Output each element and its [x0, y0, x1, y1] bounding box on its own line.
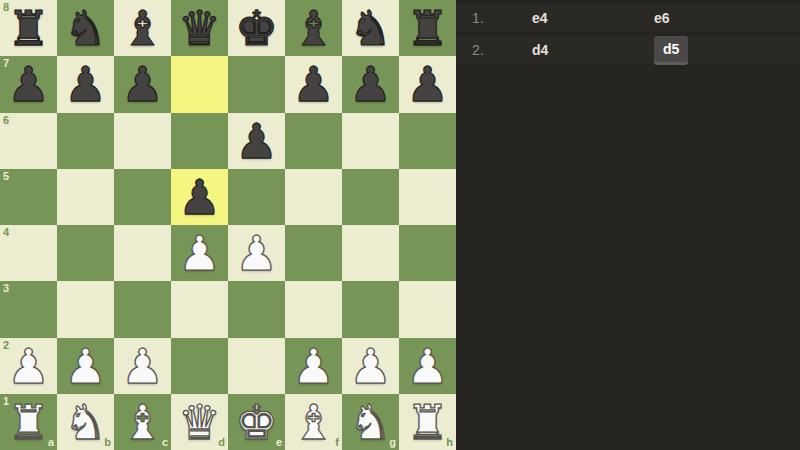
square-h7[interactable]: ♟	[399, 56, 456, 112]
square-b3[interactable]	[57, 281, 114, 337]
rank-label-6: 6	[3, 115, 9, 126]
square-d3[interactable]	[171, 281, 228, 337]
piece-black-rook[interactable]: ♜	[7, 4, 50, 52]
piece-black-knight[interactable]: ♞	[64, 4, 107, 52]
piece-black-pawn[interactable]: ♟	[64, 60, 107, 108]
square-f1[interactable]: f♝	[285, 394, 342, 450]
move-black-2-selected[interactable]: d5	[654, 36, 776, 65]
square-c4[interactable]	[114, 225, 171, 281]
file-label-f: f	[335, 437, 339, 448]
rank-label-5: 5	[3, 171, 9, 182]
piece-black-knight[interactable]: ♞	[349, 4, 392, 52]
square-e6[interactable]: ♟	[228, 113, 285, 169]
move-row-2: 2. d4 d5	[456, 36, 800, 64]
square-f3[interactable]	[285, 281, 342, 337]
square-a8[interactable]: 8♜	[0, 0, 57, 56]
square-d4[interactable]: ♟	[171, 225, 228, 281]
square-e3[interactable]	[228, 281, 285, 337]
square-e2[interactable]	[228, 338, 285, 394]
piece-white-pawn[interactable]: ♟	[406, 342, 449, 390]
square-e5[interactable]	[228, 169, 285, 225]
square-g2[interactable]: ♟	[342, 338, 399, 394]
square-a3[interactable]: 3	[0, 281, 57, 337]
square-d2[interactable]	[171, 338, 228, 394]
piece-white-rook[interactable]: ♜	[406, 398, 449, 446]
square-g8[interactable]: ♞	[342, 0, 399, 56]
chess-app: 8♜♞♝♛♚♝♞♜7♟♟♟♟♟♟6♟5♟4♟♟32♟♟♟♟♟♟1a♜b♞c♝d♛…	[0, 0, 800, 450]
move-white-2[interactable]: d4	[532, 42, 654, 58]
piece-white-pawn[interactable]: ♟	[7, 342, 50, 390]
square-a4[interactable]: 4	[0, 225, 57, 281]
rank-label-3: 3	[3, 283, 9, 294]
square-a6[interactable]: 6	[0, 113, 57, 169]
square-d1[interactable]: d♛	[171, 394, 228, 450]
selected-move[interactable]: d5	[654, 36, 688, 65]
square-g3[interactable]	[342, 281, 399, 337]
piece-black-pawn[interactable]: ♟	[349, 60, 392, 108]
square-a7[interactable]: 7♟	[0, 56, 57, 112]
square-c2[interactable]: ♟	[114, 338, 171, 394]
piece-white-rook[interactable]: ♜	[7, 398, 50, 446]
square-a1[interactable]: 1a♜	[0, 394, 57, 450]
move-black-1[interactable]: e6	[654, 10, 776, 26]
piece-white-king[interactable]: ♚	[235, 398, 278, 446]
square-f7[interactable]: ♟	[285, 56, 342, 112]
move-list-panel: 1. e4 e6 2. d4 d5	[456, 0, 800, 450]
square-f2[interactable]: ♟	[285, 338, 342, 394]
piece-white-bishop[interactable]: ♝	[292, 398, 335, 446]
move-number: 2.	[472, 42, 532, 58]
square-f4[interactable]	[285, 225, 342, 281]
square-d8[interactable]: ♛	[171, 0, 228, 56]
square-b8[interactable]: ♞	[57, 0, 114, 56]
piece-black-pawn[interactable]: ♟	[121, 60, 164, 108]
square-e7[interactable]	[228, 56, 285, 112]
square-b4[interactable]	[57, 225, 114, 281]
square-b7[interactable]: ♟	[57, 56, 114, 112]
square-h8[interactable]: ♜	[399, 0, 456, 56]
square-b6[interactable]	[57, 113, 114, 169]
piece-white-queen[interactable]: ♛	[178, 398, 221, 446]
square-h6[interactable]	[399, 113, 456, 169]
square-e1[interactable]: e♚	[228, 394, 285, 450]
piece-black-bishop[interactable]: ♝	[292, 4, 335, 52]
piece-black-rook[interactable]: ♜	[406, 4, 449, 52]
piece-black-king[interactable]: ♚	[235, 4, 278, 52]
square-h1[interactable]: h♜	[399, 394, 456, 450]
square-c8[interactable]: ♝	[114, 0, 171, 56]
piece-black-pawn[interactable]: ♟	[292, 60, 335, 108]
rank-label-4: 4	[3, 227, 9, 238]
piece-black-bishop[interactable]: ♝	[121, 4, 164, 52]
square-f5[interactable]	[285, 169, 342, 225]
piece-white-pawn[interactable]: ♟	[292, 342, 335, 390]
piece-white-knight[interactable]: ♞	[349, 398, 392, 446]
piece-white-pawn[interactable]: ♟	[64, 342, 107, 390]
square-g1[interactable]: g♞	[342, 394, 399, 450]
piece-black-pawn[interactable]: ♟	[7, 60, 50, 108]
piece-white-pawn[interactable]: ♟	[178, 229, 221, 277]
square-h3[interactable]	[399, 281, 456, 337]
square-c1[interactable]: c♝	[114, 394, 171, 450]
square-a5[interactable]: 5	[0, 169, 57, 225]
piece-black-pawn[interactable]: ♟	[406, 60, 449, 108]
square-f8[interactable]: ♝	[285, 0, 342, 56]
piece-white-pawn[interactable]: ♟	[235, 229, 278, 277]
square-b2[interactable]: ♟	[57, 338, 114, 394]
piece-black-pawn[interactable]: ♟	[178, 173, 221, 221]
square-f6[interactable]	[285, 113, 342, 169]
square-c5[interactable]	[114, 169, 171, 225]
piece-white-bishop[interactable]: ♝	[121, 398, 164, 446]
move-row-1: 1. e4 e6	[456, 4, 800, 32]
square-d5[interactable]: ♟	[171, 169, 228, 225]
square-e8[interactable]: ♚	[228, 0, 285, 56]
square-b1[interactable]: b♞	[57, 394, 114, 450]
square-d7[interactable]	[171, 56, 228, 112]
square-c6[interactable]	[114, 113, 171, 169]
move-number: 1.	[472, 10, 532, 26]
piece-black-pawn[interactable]: ♟	[235, 117, 278, 165]
square-d6[interactable]	[171, 113, 228, 169]
square-c7[interactable]: ♟	[114, 56, 171, 112]
square-c3[interactable]	[114, 281, 171, 337]
square-g5[interactable]	[342, 169, 399, 225]
square-g6[interactable]	[342, 113, 399, 169]
square-h4[interactable]	[399, 225, 456, 281]
piece-white-pawn[interactable]: ♟	[121, 342, 164, 390]
piece-white-knight[interactable]: ♞	[64, 398, 107, 446]
square-b5[interactable]	[57, 169, 114, 225]
square-h2[interactable]: ♟	[399, 338, 456, 394]
piece-white-pawn[interactable]: ♟	[349, 342, 392, 390]
square-a2[interactable]: 2♟	[0, 338, 57, 394]
square-g7[interactable]: ♟	[342, 56, 399, 112]
square-e4[interactable]: ♟	[228, 225, 285, 281]
piece-black-queen[interactable]: ♛	[178, 4, 221, 52]
move-white-1[interactable]: e4	[532, 10, 654, 26]
square-h5[interactable]	[399, 169, 456, 225]
chess-board: 8♜♞♝♛♚♝♞♜7♟♟♟♟♟♟6♟5♟4♟♟32♟♟♟♟♟♟1a♜b♞c♝d♛…	[0, 0, 456, 450]
square-g4[interactable]	[342, 225, 399, 281]
